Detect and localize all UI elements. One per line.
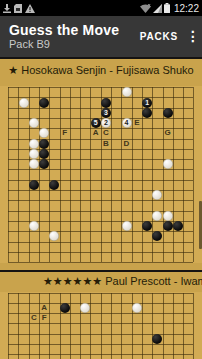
grid-line-h bbox=[8, 231, 193, 232]
black-stone bbox=[163, 221, 173, 231]
sdcard-icon bbox=[14, 4, 22, 13]
grid-line-v bbox=[173, 87, 174, 262]
black-stone bbox=[39, 149, 49, 159]
grid-line-h bbox=[8, 323, 193, 324]
grid-line-h bbox=[8, 303, 193, 304]
board-letter-C: C bbox=[29, 313, 39, 323]
black-stone-move-5: 5 bbox=[91, 118, 101, 128]
black-stone bbox=[49, 180, 59, 190]
puzzle-item-title-1[interactable]: ★ Hosokawa Senjin - Fujisawa Shuko bbox=[0, 59, 202, 86]
grid-line-h bbox=[8, 334, 193, 335]
grid-line-v bbox=[121, 87, 122, 262]
black-stone bbox=[173, 221, 183, 231]
white-stone bbox=[39, 128, 49, 138]
white-stone bbox=[29, 118, 39, 128]
white-stone bbox=[80, 303, 90, 313]
page-subtitle: Pack B9 bbox=[9, 38, 119, 51]
grid-line-v bbox=[60, 87, 61, 262]
grid-line-v bbox=[39, 87, 40, 262]
black-stone bbox=[101, 98, 111, 108]
app-screen: 12:22 Guess the Move Pack B9 PACKS ⋮ ★ H… bbox=[0, 0, 202, 359]
black-stone bbox=[152, 231, 162, 241]
black-stone bbox=[142, 221, 152, 231]
grid-line-v bbox=[193, 293, 194, 359]
black-stone bbox=[60, 303, 70, 313]
board-letter-B: B bbox=[101, 139, 111, 149]
puzzle-item-title-2[interactable]: ★★★★★★ Paul Prescott - Iwamoto Kaor bbox=[0, 272, 202, 292]
go-board-1[interactable]: 35241ABCDEFG bbox=[0, 86, 202, 263]
grid-line-h bbox=[8, 262, 193, 263]
white-stone-move-2: 2 bbox=[101, 118, 111, 128]
black-stone-move-1: 1 bbox=[142, 98, 152, 108]
go-board-2[interactable]: ACF bbox=[0, 292, 202, 359]
white-stone bbox=[152, 190, 162, 200]
black-stone bbox=[39, 139, 49, 149]
white-stone bbox=[29, 149, 39, 159]
white-stone bbox=[152, 211, 162, 221]
board-letter-C: C bbox=[101, 128, 111, 138]
grid-line-v bbox=[111, 87, 112, 262]
grid-line-h bbox=[8, 87, 193, 88]
page-title: Guess the Move bbox=[9, 22, 119, 38]
black-stone bbox=[163, 108, 173, 118]
white-stone bbox=[163, 159, 173, 169]
black-stone bbox=[39, 159, 49, 169]
status-clock: 12:22 bbox=[174, 3, 199, 14]
grid-line-v bbox=[183, 87, 184, 262]
grid-line-h bbox=[8, 242, 193, 243]
black-stone bbox=[152, 334, 162, 344]
app-bar: Guess the Move Pack B9 PACKS ⋮ bbox=[0, 16, 202, 57]
grid-line-h bbox=[8, 344, 193, 345]
scrollbar-thumb[interactable] bbox=[199, 201, 202, 249]
grid-line-h bbox=[8, 293, 193, 294]
white-stone-move-4: 4 bbox=[122, 118, 132, 128]
grid-line-h bbox=[8, 97, 193, 98]
black-stone bbox=[142, 108, 152, 118]
grid-line-h bbox=[8, 252, 193, 253]
black-stone-move-3: 3 bbox=[101, 108, 111, 118]
grid-line-v bbox=[193, 87, 194, 262]
grid-line-v bbox=[70, 87, 71, 262]
status-bar: 12:22 bbox=[0, 0, 202, 16]
overflow-menu-icon[interactable]: ⋮ bbox=[184, 16, 202, 57]
battery-icon bbox=[164, 3, 170, 13]
board-letter-E: E bbox=[132, 118, 142, 128]
white-stone bbox=[49, 231, 59, 241]
board-letter-G: G bbox=[163, 128, 173, 138]
grid-line-v bbox=[90, 87, 91, 262]
wifi-icon bbox=[140, 4, 151, 13]
black-stone bbox=[29, 180, 39, 190]
grid-line-h bbox=[8, 190, 193, 191]
white-stone bbox=[29, 139, 39, 149]
board-letter-F: F bbox=[39, 313, 49, 323]
grid-line-v bbox=[8, 87, 9, 262]
board-letter-A: A bbox=[39, 303, 49, 313]
grid-line-h bbox=[8, 169, 193, 170]
board-letter-D: D bbox=[122, 139, 132, 149]
item-gap bbox=[0, 263, 202, 270]
white-stone bbox=[122, 221, 132, 231]
download-icon bbox=[3, 4, 11, 13]
board-letter-F: F bbox=[60, 128, 70, 138]
grid-line-v bbox=[29, 87, 30, 262]
grid-line-v bbox=[18, 87, 19, 262]
white-stone bbox=[163, 211, 173, 221]
cellular-icon bbox=[153, 4, 162, 13]
white-stone bbox=[19, 98, 29, 108]
board-letter-A: A bbox=[91, 128, 101, 138]
warning-icon bbox=[25, 4, 35, 13]
white-stone bbox=[122, 87, 132, 97]
grid-line-h bbox=[8, 354, 193, 355]
tab-packs[interactable]: PACKS bbox=[134, 25, 184, 48]
black-stone bbox=[39, 98, 49, 108]
grid-line-v bbox=[80, 87, 81, 262]
white-stone bbox=[29, 221, 39, 231]
white-stone bbox=[132, 303, 142, 313]
grid-line-h bbox=[8, 200, 193, 201]
grid-line-v bbox=[132, 87, 133, 262]
white-stone bbox=[29, 159, 39, 169]
